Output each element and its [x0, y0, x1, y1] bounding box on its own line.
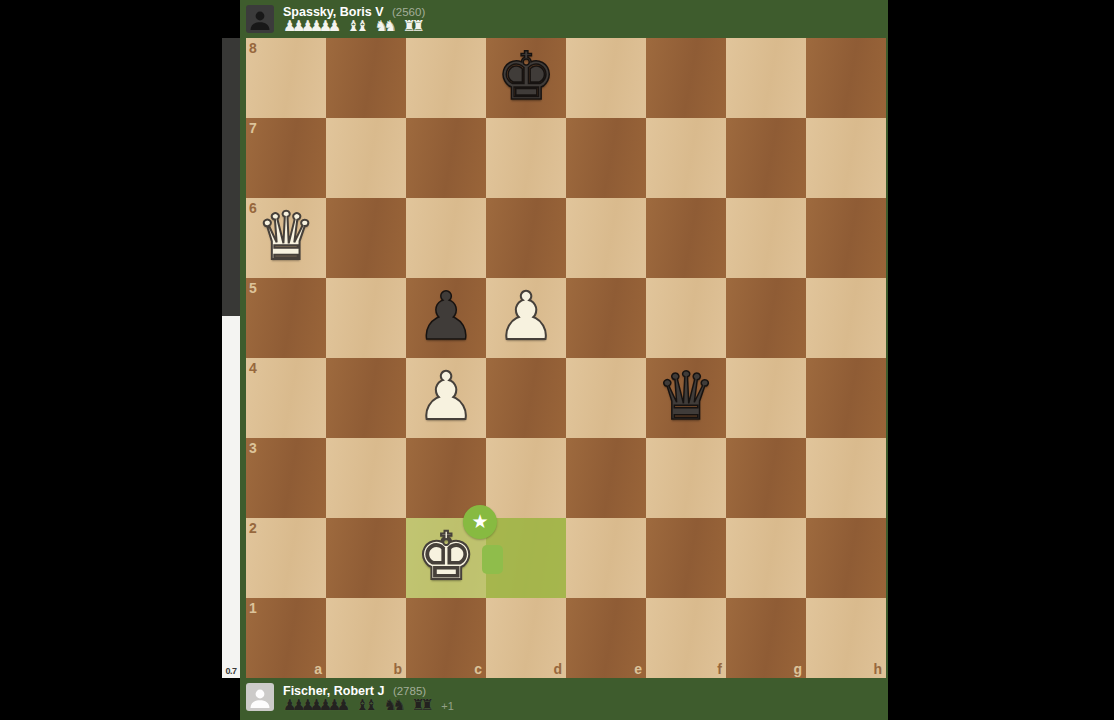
file-label-g: g — [793, 661, 802, 677]
square-b8[interactable] — [326, 38, 406, 118]
square-d2[interactable] — [486, 518, 566, 598]
square-e2[interactable] — [566, 518, 646, 598]
file-label-d: d — [553, 661, 562, 677]
square-g1[interactable]: g — [726, 598, 806, 678]
square-d4[interactable] — [486, 358, 566, 438]
square-f7[interactable] — [646, 118, 726, 198]
square-f1[interactable]: f — [646, 598, 726, 678]
chess-app-screen: 0.7 Spassky, Boris V (2560) ♟♟♟♟♟♟♝♝♞♞♜♜… — [0, 0, 1114, 720]
top-player-bar: Spassky, Boris V (2560) ♟♟♟♟♟♟♝♝♞♞♜♜ — [240, 0, 888, 38]
material-advantage: +1 — [441, 700, 454, 712]
file-label-c: c — [474, 661, 482, 677]
square-f8[interactable] — [646, 38, 726, 118]
person-icon — [248, 685, 272, 709]
captured-rook-icons: ♜♜ — [403, 19, 425, 34]
captured-bishop-icons: ♝♝ — [356, 698, 378, 713]
square-g7[interactable] — [726, 118, 806, 198]
square-b7[interactable] — [326, 118, 406, 198]
square-d1[interactable]: d — [486, 598, 566, 678]
square-b1[interactable]: b — [326, 598, 406, 678]
square-a7[interactable]: 7 — [246, 118, 326, 198]
square-f2[interactable] — [646, 518, 726, 598]
evaluation-bar-white-section — [222, 316, 240, 678]
rank-label-4: 4 — [249, 360, 257, 376]
square-g3[interactable] — [726, 438, 806, 518]
bottom-player-info: Fischer, Robert J (2785) ♟♟♟♟♟♟♟♝♝♞♞♜♜+1 — [283, 683, 454, 713]
file-label-e: e — [634, 661, 642, 677]
square-a1[interactable]: 1a — [246, 598, 326, 678]
square-c5[interactable]: ♟ — [406, 278, 486, 358]
white-queen-a6[interactable]: ♛ — [246, 198, 326, 278]
square-h3[interactable] — [806, 438, 886, 518]
evaluation-bar: 0.7 — [222, 38, 240, 678]
content-column: Spassky, Boris V (2560) ♟♟♟♟♟♟♝♝♞♞♜♜ 8♚7… — [240, 0, 888, 720]
square-g6[interactable] — [726, 198, 806, 278]
square-f3[interactable] — [646, 438, 726, 518]
square-e7[interactable] — [566, 118, 646, 198]
top-player-avatar[interactable] — [246, 5, 274, 33]
rank-label-1: 1 — [249, 600, 257, 616]
square-c8[interactable] — [406, 38, 486, 118]
white-pawn-d5[interactable]: ♟ — [486, 278, 566, 358]
captured-bishop-icons: ♝♝ — [347, 19, 369, 34]
square-c1[interactable]: c — [406, 598, 486, 678]
chess-board: 8♚76♛5♟♟4♟♛32♚★1abcdefgh — [246, 38, 886, 678]
square-h2[interactable] — [806, 518, 886, 598]
square-d8[interactable]: ♚ — [486, 38, 566, 118]
square-e4[interactable] — [566, 358, 646, 438]
captured-pawn-icons: ♟♟♟♟♟♟♟ — [283, 698, 350, 713]
square-g4[interactable] — [726, 358, 806, 438]
square-d3[interactable] — [486, 438, 566, 518]
black-queen-f4[interactable]: ♛ — [646, 358, 726, 438]
evaluation-value: 0.7 — [222, 666, 240, 676]
rank-label-8: 8 — [249, 40, 257, 56]
best-move-star-icon: ★ — [463, 505, 497, 539]
rank-label-6: 6 — [249, 200, 257, 216]
square-a6[interactable]: 6♛ — [246, 198, 326, 278]
square-b6[interactable] — [326, 198, 406, 278]
captured-knight-icons: ♞♞ — [384, 698, 406, 713]
square-h5[interactable] — [806, 278, 886, 358]
rank-label-3: 3 — [249, 440, 257, 456]
square-h8[interactable] — [806, 38, 886, 118]
square-e1[interactable]: e — [566, 598, 646, 678]
square-c6[interactable] — [406, 198, 486, 278]
black-pawn-c5[interactable]: ♟ — [406, 278, 486, 358]
file-label-f: f — [717, 661, 722, 677]
square-e6[interactable] — [566, 198, 646, 278]
bottom-player-captured-pieces: ♟♟♟♟♟♟♟♝♝♞♞♜♜+1 — [283, 698, 454, 713]
square-d7[interactable] — [486, 118, 566, 198]
square-h6[interactable] — [806, 198, 886, 278]
bottom-player-bar: Fischer, Robert J (2785) ♟♟♟♟♟♟♟♝♝♞♞♜♜+1 — [240, 678, 888, 720]
square-d5[interactable]: ♟ — [486, 278, 566, 358]
square-h7[interactable] — [806, 118, 886, 198]
file-label-h: h — [873, 661, 882, 677]
captured-pawn-icons: ♟♟♟♟♟♟ — [283, 19, 341, 34]
square-h4[interactable] — [806, 358, 886, 438]
square-a5[interactable]: 5 — [246, 278, 326, 358]
rank-label-5: 5 — [249, 280, 257, 296]
square-c7[interactable] — [406, 118, 486, 198]
square-b2[interactable] — [326, 518, 406, 598]
square-g2[interactable] — [726, 518, 806, 598]
square-b5[interactable] — [326, 278, 406, 358]
rank-label-7: 7 — [249, 120, 257, 136]
file-label-a: a — [314, 661, 322, 677]
square-f4[interactable]: ♛ — [646, 358, 726, 438]
square-a2[interactable]: 2 — [246, 518, 326, 598]
square-d6[interactable] — [486, 198, 566, 278]
square-e5[interactable] — [566, 278, 646, 358]
square-a4[interactable]: 4 — [246, 358, 326, 438]
square-h1[interactable]: h — [806, 598, 886, 678]
person-icon — [248, 7, 272, 31]
square-e8[interactable] — [566, 38, 646, 118]
black-king-d8[interactable]: ♚ — [486, 38, 566, 118]
square-c4[interactable]: ♟ — [406, 358, 486, 438]
square-f5[interactable] — [646, 278, 726, 358]
square-g8[interactable] — [726, 38, 806, 118]
square-b3[interactable] — [326, 438, 406, 518]
square-f6[interactable] — [646, 198, 726, 278]
rank-label-2: 2 — [249, 520, 257, 536]
square-a8[interactable]: 8 — [246, 38, 326, 118]
square-g5[interactable] — [726, 278, 806, 358]
top-player-info: Spassky, Boris V (2560) ♟♟♟♟♟♟♝♝♞♞♜♜ — [283, 4, 430, 34]
square-a3[interactable]: 3 — [246, 438, 326, 518]
square-b4[interactable] — [326, 358, 406, 438]
white-pawn-c4[interactable]: ♟ — [406, 358, 486, 438]
captured-rook-icons: ♜♜ — [411, 698, 433, 713]
bottom-player-avatar[interactable] — [246, 683, 274, 711]
square-c2[interactable]: ♚★ — [406, 518, 486, 598]
square-e3[interactable] — [566, 438, 646, 518]
captured-knight-icons: ♞♞ — [375, 19, 397, 34]
top-player-captured-pieces: ♟♟♟♟♟♟♝♝♞♞♜♜ — [283, 19, 430, 34]
file-label-b: b — [393, 661, 402, 677]
